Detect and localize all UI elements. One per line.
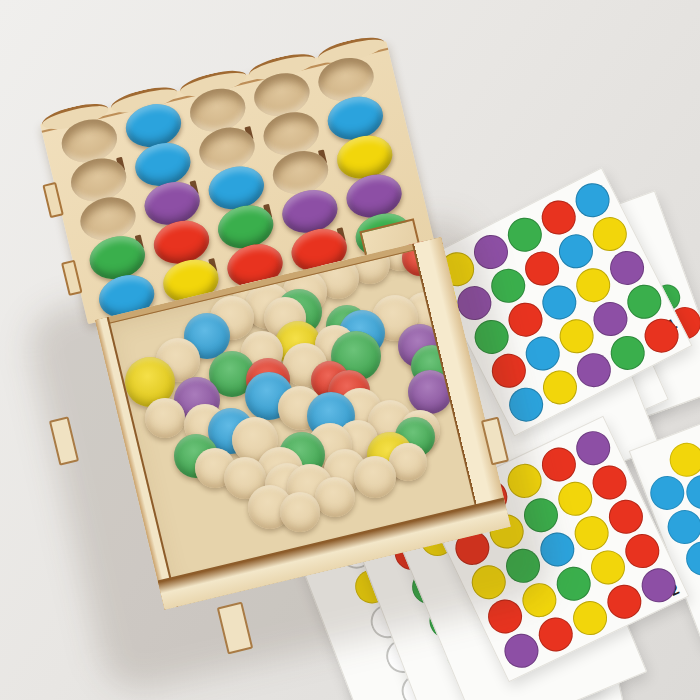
lid-side-tab [42, 182, 64, 218]
lid-side-tab [61, 260, 83, 296]
card-cell-r2c5 [587, 460, 632, 505]
wooden-disc-plain [280, 492, 320, 532]
wooden-disc-plain [354, 456, 396, 498]
wooden-disc-plain [315, 477, 355, 517]
card-cell-r3c5 [603, 494, 648, 539]
card-cell-r5c5 [639, 313, 685, 359]
sheet-circle-b [645, 471, 689, 515]
card-cell-r4c3 [551, 561, 596, 606]
card-cell-r4c5 [620, 528, 665, 573]
card-cell-r5c1 [499, 628, 544, 673]
card-cell-r3c4 [569, 510, 614, 555]
wooden-disc-plain [145, 398, 185, 438]
card-cell-r4c4 [585, 545, 630, 590]
product-photo-stage: 1 12 2 [0, 0, 700, 700]
card-cell-r5c2 [533, 612, 578, 657]
card-cell-r1c5 [571, 425, 616, 470]
card-cell-r1c4 [536, 442, 581, 487]
card-cell-r5c5 [636, 563, 681, 608]
card-cell-r5c4 [602, 579, 647, 624]
card-cell-r5c3 [567, 595, 612, 640]
card-cell-r2c4 [553, 476, 598, 521]
